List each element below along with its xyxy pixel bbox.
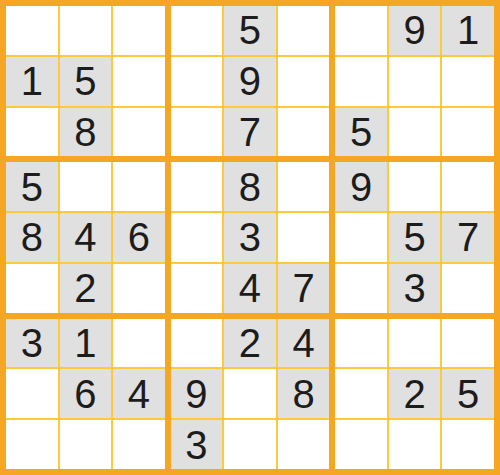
cell-r9c8-empty[interactable] [389,420,441,469]
cell-r9c5-empty[interactable] [224,420,276,469]
cell-r2c2-given: 5 [60,57,112,106]
cell-r3c5-given: 7 [224,108,276,157]
cell-r7c8-empty[interactable] [389,319,441,368]
cell-r1c8-given: 9 [389,6,441,55]
cell-r4c1-given: 5 [6,162,58,211]
cell-r6c7-empty[interactable] [335,264,387,313]
cell-r8c1-empty[interactable] [6,369,58,418]
cell-r6c6-given: 7 [278,264,330,313]
cell-r8c6-given: 8 [278,369,330,418]
cell-r4c4-empty[interactable] [171,162,223,211]
cell-r1c2-empty[interactable] [60,6,112,55]
cell-r2c5-given: 9 [224,57,276,106]
cell-r3c7-given: 5 [335,108,387,157]
cell-r8c3-given: 4 [113,369,165,418]
cell-r4c3-empty[interactable] [113,162,165,211]
sudoku-box-8: 24983 [171,319,330,469]
cell-r6c8-given: 3 [389,264,441,313]
cell-r3c8-empty[interactable] [389,108,441,157]
cell-r4c6-empty[interactable] [278,162,330,211]
sudoku-box-6: 9573 [335,162,494,312]
cell-r7c2-given: 1 [60,319,112,368]
cell-r1c1-empty[interactable] [6,6,58,55]
cell-r9c6-empty[interactable] [278,420,330,469]
cell-r3c1-empty[interactable] [6,108,58,157]
cell-r2c3-empty[interactable] [113,57,165,106]
cell-r5c9-given: 7 [442,213,494,262]
cell-r5c4-empty[interactable] [171,213,223,262]
cell-r7c9-empty[interactable] [442,319,494,368]
cell-r6c1-empty[interactable] [6,264,58,313]
cell-r5c7-empty[interactable] [335,213,387,262]
sudoku-box-4: 58462 [6,162,165,312]
cell-r6c3-empty[interactable] [113,264,165,313]
cell-r3c2-given: 8 [60,108,112,157]
cell-r2c1-given: 1 [6,57,58,106]
cell-r7c7-empty[interactable] [335,319,387,368]
sudoku-board: 158597915584628347957331642498325 [0,0,500,475]
cell-r4c7-given: 9 [335,162,387,211]
cell-r3c3-empty[interactable] [113,108,165,157]
cell-r9c2-empty[interactable] [60,420,112,469]
cell-r3c9-empty[interactable] [442,108,494,157]
cell-r8c7-empty[interactable] [335,369,387,418]
cell-r7c3-empty[interactable] [113,319,165,368]
cell-r1c5-given: 5 [224,6,276,55]
cell-r5c3-given: 6 [113,213,165,262]
cell-r6c4-empty[interactable] [171,264,223,313]
cell-r5c8-given: 5 [389,213,441,262]
cell-r2c7-empty[interactable] [335,57,387,106]
cell-r9c1-empty[interactable] [6,420,58,469]
sudoku-box-7: 3164 [6,319,165,469]
sudoku-box-3: 915 [335,6,494,156]
cell-r8c5-empty[interactable] [224,369,276,418]
cell-r8c8-given: 2 [389,369,441,418]
cell-r6c2-given: 2 [60,264,112,313]
cell-r2c8-empty[interactable] [389,57,441,106]
cell-r1c4-empty[interactable] [171,6,223,55]
cell-r9c3-empty[interactable] [113,420,165,469]
cell-r8c9-given: 5 [442,369,494,418]
cell-r4c8-empty[interactable] [389,162,441,211]
cell-r5c2-given: 4 [60,213,112,262]
sudoku-box-1: 158 [6,6,165,156]
cell-r6c5-given: 4 [224,264,276,313]
cell-r1c3-empty[interactable] [113,6,165,55]
cell-r9c7-empty[interactable] [335,420,387,469]
cell-r9c9-empty[interactable] [442,420,494,469]
cell-r9c4-given: 3 [171,420,223,469]
sudoku-box-5: 8347 [171,162,330,312]
cell-r8c2-given: 6 [60,369,112,418]
cell-r2c6-empty[interactable] [278,57,330,106]
cell-r1c6-empty[interactable] [278,6,330,55]
cell-r5c6-empty[interactable] [278,213,330,262]
sudoku-box-2: 597 [171,6,330,156]
cell-r4c5-given: 8 [224,162,276,211]
cell-r8c4-given: 9 [171,369,223,418]
cell-r2c9-empty[interactable] [442,57,494,106]
cell-r5c5-given: 3 [224,213,276,262]
cell-r7c1-given: 3 [6,319,58,368]
cell-r7c6-given: 4 [278,319,330,368]
cell-r1c7-empty[interactable] [335,6,387,55]
cell-r4c2-empty[interactable] [60,162,112,211]
cell-r7c4-empty[interactable] [171,319,223,368]
cell-r5c1-given: 8 [6,213,58,262]
cell-r4c9-empty[interactable] [442,162,494,211]
cell-r3c6-empty[interactable] [278,108,330,157]
cell-r2c4-empty[interactable] [171,57,223,106]
cell-r1c9-given: 1 [442,6,494,55]
cell-r7c5-given: 2 [224,319,276,368]
cell-r6c9-empty[interactable] [442,264,494,313]
sudoku-box-9: 25 [335,319,494,469]
cell-r3c4-empty[interactable] [171,108,223,157]
